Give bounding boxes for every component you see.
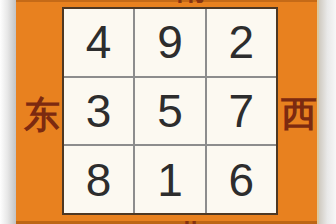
cell-r1c1: 4	[64, 9, 133, 76]
page: 南 北 东 西 4 9 2 3 5 7 8 1 6	[0, 0, 336, 224]
cell-r2c1: 3	[64, 78, 133, 145]
cell-r3c1: 8	[64, 146, 133, 213]
cell-r1c3: 2	[207, 9, 276, 76]
east-label: 东	[24, 96, 60, 132]
page-margin-right	[317, 0, 336, 224]
page-margin-left	[0, 0, 16, 224]
cell-r3c3: 6	[207, 146, 276, 213]
south-label-cropped: 南	[176, 0, 212, 3]
cell-r2c2: 5	[135, 78, 204, 145]
west-label: 西	[281, 95, 317, 131]
magic-square-board: 4 9 2 3 5 7 8 1 6	[62, 7, 278, 215]
cell-r2c3: 7	[207, 78, 276, 145]
cell-r3c2: 1	[135, 146, 204, 213]
north-label-cropped: 北	[176, 221, 212, 224]
cell-r1c2: 9	[135, 9, 204, 76]
